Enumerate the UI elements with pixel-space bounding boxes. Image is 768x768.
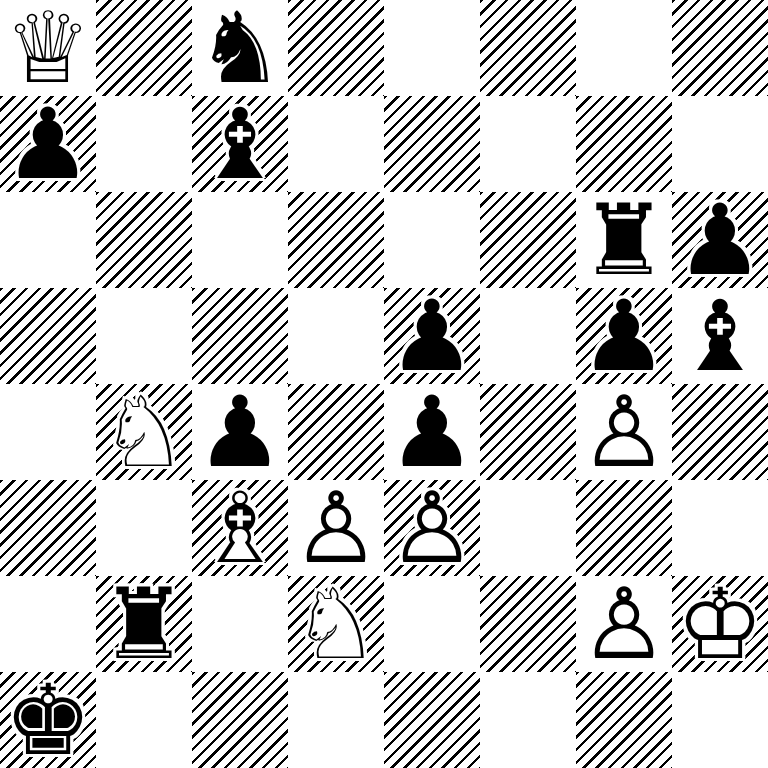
square-g1[interactable] (576, 672, 672, 768)
black-pawn-icon: ♟ (192, 384, 288, 480)
square-h7[interactable] (672, 96, 768, 192)
square-b2[interactable]: ♜♜ (96, 576, 192, 672)
black-pawn-icon: ♟ (384, 384, 480, 480)
square-a4[interactable] (0, 384, 96, 480)
square-c2[interactable] (192, 576, 288, 672)
square-h5[interactable]: ♝♝ (672, 288, 768, 384)
square-a8[interactable]: ♛♕ (0, 0, 96, 96)
square-h8[interactable] (672, 0, 768, 96)
square-g8[interactable] (576, 0, 672, 96)
piece-black-pawn[interactable]: ♟♟ (384, 384, 480, 480)
square-g5[interactable]: ♟♟ (576, 288, 672, 384)
square-e2[interactable] (384, 576, 480, 672)
square-c4[interactable]: ♟♟ (192, 384, 288, 480)
square-c3[interactable]: ♝♗ (192, 480, 288, 576)
piece-black-bishop[interactable]: ♝♝ (192, 96, 288, 192)
square-h3[interactable] (672, 480, 768, 576)
square-c6[interactable] (192, 192, 288, 288)
square-c1[interactable] (192, 672, 288, 768)
black-pawn-icon: ♟ (576, 288, 672, 384)
piece-black-pawn[interactable]: ♟♟ (672, 192, 768, 288)
black-rook-icon: ♜ (96, 576, 192, 672)
white-knight-icon: ♘ (96, 384, 192, 480)
square-a2[interactable] (0, 576, 96, 672)
white-pawn-icon: ♙ (576, 384, 672, 480)
square-b4[interactable]: ♞♘ (96, 384, 192, 480)
black-pawn-icon: ♟ (0, 96, 96, 192)
square-d4[interactable] (288, 384, 384, 480)
white-bishop-icon: ♗ (192, 480, 288, 576)
piece-black-pawn[interactable]: ♟♟ (576, 288, 672, 384)
black-rook-icon: ♜ (576, 192, 672, 288)
white-pawn-icon: ♙ (384, 480, 480, 576)
piece-white-pawn[interactable]: ♟♙ (384, 480, 480, 576)
square-h4[interactable] (672, 384, 768, 480)
square-d7[interactable] (288, 96, 384, 192)
square-e1[interactable] (384, 672, 480, 768)
square-f6[interactable] (480, 192, 576, 288)
square-e5[interactable]: ♟♟ (384, 288, 480, 384)
square-b8[interactable] (96, 0, 192, 96)
square-h2[interactable]: ♚♔ (672, 576, 768, 672)
piece-black-pawn[interactable]: ♟♟ (384, 288, 480, 384)
square-b7[interactable] (96, 96, 192, 192)
square-e7[interactable] (384, 96, 480, 192)
piece-black-bishop[interactable]: ♝♝ (672, 288, 768, 384)
square-f2[interactable] (480, 576, 576, 672)
square-g3[interactable] (576, 480, 672, 576)
piece-black-rook[interactable]: ♜♜ (576, 192, 672, 288)
square-a6[interactable] (0, 192, 96, 288)
square-e4[interactable]: ♟♟ (384, 384, 480, 480)
square-b1[interactable] (96, 672, 192, 768)
square-d6[interactable] (288, 192, 384, 288)
square-g4[interactable]: ♟♙ (576, 384, 672, 480)
square-c7[interactable]: ♝♝ (192, 96, 288, 192)
white-pawn-icon: ♙ (576, 576, 672, 672)
piece-white-bishop[interactable]: ♝♗ (192, 480, 288, 576)
chess-board: ♛♕♞♞♟♟♝♝♜♜♟♟♟♟♟♟♝♝♞♘♟♟♟♟♟♙♝♗♟♙♟♙♜♜♞♘♟♙♚♔… (0, 0, 768, 768)
square-e8[interactable] (384, 0, 480, 96)
square-b3[interactable] (96, 480, 192, 576)
square-e6[interactable] (384, 192, 480, 288)
piece-black-rook[interactable]: ♜♜ (96, 576, 192, 672)
square-a3[interactable] (0, 480, 96, 576)
piece-white-pawn[interactable]: ♟♙ (288, 480, 384, 576)
square-f3[interactable] (480, 480, 576, 576)
square-h1[interactable] (672, 672, 768, 768)
piece-white-pawn[interactable]: ♟♙ (576, 576, 672, 672)
square-f7[interactable] (480, 96, 576, 192)
square-c8[interactable]: ♞♞ (192, 0, 288, 96)
square-d3[interactable]: ♟♙ (288, 480, 384, 576)
square-a1[interactable]: ♚♚ (0, 672, 96, 768)
piece-black-king[interactable]: ♚♚ (0, 672, 96, 768)
square-h6[interactable]: ♟♟ (672, 192, 768, 288)
square-a7[interactable]: ♟♟ (0, 96, 96, 192)
white-queen-icon: ♕ (0, 0, 96, 96)
square-d2[interactable]: ♞♘ (288, 576, 384, 672)
piece-black-knight[interactable]: ♞♞ (192, 0, 288, 96)
white-king-icon: ♔ (672, 576, 768, 672)
black-pawn-icon: ♟ (384, 288, 480, 384)
square-f4[interactable] (480, 384, 576, 480)
black-bishop-icon: ♝ (192, 96, 288, 192)
square-d1[interactable] (288, 672, 384, 768)
piece-black-pawn[interactable]: ♟♟ (192, 384, 288, 480)
black-knight-icon: ♞ (192, 0, 288, 96)
piece-black-pawn[interactable]: ♟♟ (0, 96, 96, 192)
square-b5[interactable] (96, 288, 192, 384)
black-king-icon: ♚ (0, 672, 96, 768)
square-d5[interactable] (288, 288, 384, 384)
square-g6[interactable]: ♜♜ (576, 192, 672, 288)
square-d8[interactable] (288, 0, 384, 96)
square-b6[interactable] (96, 192, 192, 288)
piece-white-knight[interactable]: ♞♘ (96, 384, 192, 480)
square-f5[interactable] (480, 288, 576, 384)
square-f8[interactable] (480, 0, 576, 96)
square-c5[interactable] (192, 288, 288, 384)
piece-white-knight[interactable]: ♞♘ (288, 576, 384, 672)
piece-white-queen[interactable]: ♛♕ (0, 0, 96, 96)
square-f1[interactable] (480, 672, 576, 768)
square-g7[interactable] (576, 96, 672, 192)
black-pawn-icon: ♟ (672, 192, 768, 288)
black-bishop-icon: ♝ (672, 288, 768, 384)
square-g2[interactable]: ♟♙ (576, 576, 672, 672)
white-knight-icon: ♘ (288, 576, 384, 672)
piece-white-pawn[interactable]: ♟♙ (576, 384, 672, 480)
square-a5[interactable] (0, 288, 96, 384)
white-pawn-icon: ♙ (288, 480, 384, 576)
piece-white-king[interactable]: ♚♔ (672, 576, 768, 672)
square-e3[interactable]: ♟♙ (384, 480, 480, 576)
